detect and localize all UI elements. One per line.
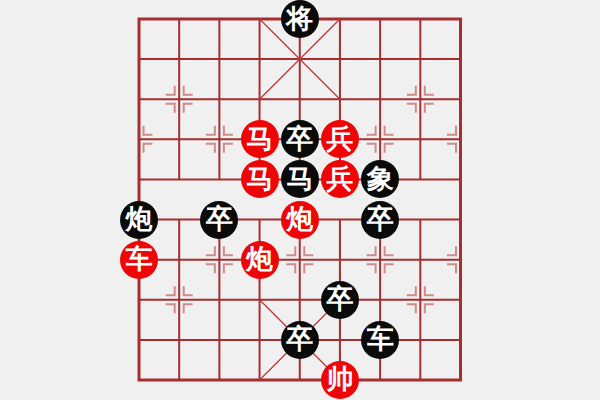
piece-red-horse[interactable]: 马 [241,120,279,158]
piece-red-horse[interactable]: 马 [241,160,279,198]
piece-black-soldier[interactable]: 卒 [361,201,399,239]
piece-black-general[interactable]: 将 [281,0,319,38]
piece-black-soldier[interactable]: 卒 [200,201,238,239]
pieces-layer: 将马卒兵马马兵象炮卒炮卒车炮卒卒车帅 [0,0,600,400]
piece-red-cannon[interactable]: 炮 [241,241,279,279]
piece-red-general[interactable]: 帅 [321,361,359,399]
piece-red-soldier[interactable]: 兵 [321,120,359,158]
piece-black-chariot[interactable]: 车 [361,321,399,359]
piece-red-chariot[interactable]: 车 [120,241,158,279]
piece-black-soldier[interactable]: 卒 [281,321,319,359]
piece-black-cannon[interactable]: 炮 [120,201,158,239]
piece-red-soldier[interactable]: 兵 [321,160,359,198]
piece-black-soldier[interactable]: 卒 [321,281,359,319]
piece-black-soldier[interactable]: 卒 [281,120,319,158]
xiangqi-diagram: 将马卒兵马马兵象炮卒炮卒车炮卒卒车帅 [0,0,600,400]
piece-black-elephant[interactable]: 象 [361,160,399,198]
piece-red-cannon[interactable]: 炮 [281,201,319,239]
piece-black-horse[interactable]: 马 [281,160,319,198]
